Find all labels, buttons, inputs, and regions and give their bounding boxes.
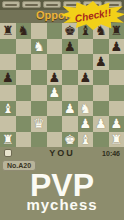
square-b5[interactable]: [16, 70, 32, 86]
game-timer: 10:46: [102, 150, 120, 157]
check-badge: Check!!: [60, 1, 124, 30]
player-status-bar: YOU 10:46: [0, 147, 124, 160]
square-h5[interactable]: [109, 70, 125, 86]
square-g2[interactable]: ♟: [93, 116, 109, 132]
square-b2[interactable]: [16, 116, 32, 132]
square-c8[interactable]: [31, 23, 47, 39]
square-f3[interactable]: ♞: [78, 101, 94, 117]
square-a4[interactable]: [0, 85, 16, 101]
square-e2[interactable]: [62, 116, 78, 132]
white-pawn-piece: ♟: [79, 117, 91, 130]
square-d7[interactable]: [47, 39, 63, 55]
square-b4[interactable]: [16, 85, 32, 101]
square-b6[interactable]: [16, 54, 32, 70]
button-label-smudge: [5, 4, 17, 6]
square-h4[interactable]: [109, 85, 125, 101]
white-pawn-piece: ♟: [64, 102, 76, 115]
square-a6[interactable]: [0, 54, 16, 70]
toolbar-button-1[interactable]: [2, 1, 20, 8]
black-pawn-piece: ♟: [64, 40, 76, 53]
square-f7[interactable]: [78, 39, 94, 55]
square-g3[interactable]: [93, 101, 109, 117]
square-h1[interactable]: ♜: [109, 132, 125, 148]
square-d5[interactable]: ♟: [47, 70, 63, 86]
square-b7[interactable]: [16, 39, 32, 55]
black-pawn-piece: ♟: [48, 71, 60, 84]
square-f2[interactable]: ♟: [78, 116, 94, 132]
square-g5[interactable]: [93, 70, 109, 86]
square-f5[interactable]: ♟: [78, 70, 94, 86]
square-h3[interactable]: [109, 101, 125, 117]
button-label-smudge: [25, 4, 37, 6]
square-e5[interactable]: [62, 70, 78, 86]
black-pawn-piece: ♟: [110, 40, 122, 53]
square-g4[interactable]: [93, 85, 109, 101]
app-window: Opponent Check!! ♜♞♚♝♞♜♞♟♟♟♟♟♟♟♝♟♞♛♟♟♟♜♚…: [0, 0, 124, 220]
square-e3[interactable]: ♟: [62, 101, 78, 117]
square-h2[interactable]: ♟: [109, 116, 125, 132]
black-pawn-piece: ♟: [95, 55, 107, 68]
black-pawn-piece: ♟: [2, 71, 14, 84]
white-knight-piece: ♞: [33, 40, 45, 53]
white-queen-piece: ♛: [33, 117, 45, 130]
toolbar-button-2[interactable]: [22, 1, 40, 8]
square-h6[interactable]: [109, 54, 125, 70]
black-rook-piece: ♜: [2, 24, 14, 37]
square-g1[interactable]: [93, 132, 109, 148]
square-f4[interactable]: [78, 85, 94, 101]
square-g6[interactable]: ♟: [93, 54, 109, 70]
square-c6[interactable]: [31, 54, 47, 70]
square-c2[interactable]: ♛: [31, 116, 47, 132]
white-pawn-piece: ♟: [95, 117, 107, 130]
white-king-piece: ♚: [64, 133, 76, 146]
square-d2[interactable]: [47, 116, 63, 132]
square-e4[interactable]: [62, 85, 78, 101]
square-a1[interactable]: ♜: [0, 132, 16, 148]
square-b1[interactable]: [16, 132, 32, 148]
white-pawn-piece: ♟: [48, 86, 60, 99]
square-a5[interactable]: ♟: [0, 70, 16, 86]
square-a2[interactable]: [0, 116, 16, 132]
square-c5[interactable]: [31, 70, 47, 86]
square-d4[interactable]: ♟: [47, 85, 63, 101]
square-a7[interactable]: [0, 39, 16, 55]
square-e1[interactable]: ♚: [62, 132, 78, 148]
square-a3[interactable]: ♝: [0, 101, 16, 117]
logo-mychess-text: mychess: [0, 198, 124, 211]
white-bishop-piece: ♝: [79, 133, 91, 146]
square-g7[interactable]: [93, 39, 109, 55]
square-f6[interactable]: [78, 54, 94, 70]
white-knight-piece: ♞: [79, 102, 91, 115]
white-rook-piece: ♜: [2, 133, 14, 146]
white-rook-piece: ♜: [110, 133, 122, 146]
square-e6[interactable]: [62, 54, 78, 70]
square-c7[interactable]: ♞: [31, 39, 47, 55]
chess-board: ♜♞♚♝♞♜♞♟♟♟♟♟♟♟♝♟♞♛♟♟♟♜♚♝♜: [0, 23, 124, 147]
button-label-smudge: [46, 4, 58, 6]
square-b8[interactable]: ♞: [16, 23, 32, 39]
square-e7[interactable]: ♟: [62, 39, 78, 55]
black-pawn-piece: ♟: [79, 71, 91, 84]
square-b3[interactable]: [16, 101, 32, 117]
square-c1[interactable]: [31, 132, 47, 148]
square-h7[interactable]: ♟: [109, 39, 125, 55]
square-f1[interactable]: ♝: [78, 132, 94, 148]
square-d1[interactable]: [47, 132, 63, 148]
app-logo: PVP mychess: [0, 171, 124, 211]
square-d3[interactable]: [47, 101, 63, 117]
square-c4[interactable]: [31, 85, 47, 101]
white-pawn-piece: ♟: [110, 117, 122, 130]
black-knight-piece: ♞: [17, 24, 29, 37]
white-bishop-piece: ♝: [2, 102, 14, 115]
square-d6[interactable]: [47, 54, 63, 70]
square-c3[interactable]: [31, 101, 47, 117]
square-a8[interactable]: ♜: [0, 23, 16, 39]
